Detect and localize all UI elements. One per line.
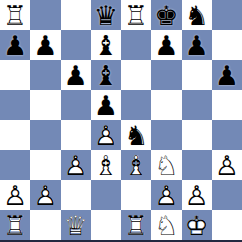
square-b6[interactable] xyxy=(30,60,60,90)
square-e5[interactable] xyxy=(121,90,151,120)
square-f5[interactable] xyxy=(151,90,181,120)
square-g7[interactable]: ♟ xyxy=(182,30,212,60)
white-piece-outline: ♕ xyxy=(61,210,91,240)
black-piece-glyph: ♟ xyxy=(212,60,242,90)
black-piece-glyph: ♞ xyxy=(121,120,151,150)
white-piece-outline: ♙ xyxy=(61,150,91,180)
black-piece-glyph: ♝ xyxy=(91,30,121,60)
white-bishop[interactable]: ♝♗ xyxy=(91,150,121,180)
square-c8[interactable] xyxy=(61,0,91,30)
black-bishop[interactable]: ♝ xyxy=(91,60,121,90)
square-d8[interactable]: ♛ xyxy=(91,0,121,30)
black-piece-glyph: ♟ xyxy=(30,30,60,60)
white-piece-outline: ♖ xyxy=(0,0,30,30)
square-h3[interactable]: ♟♙ xyxy=(212,150,242,180)
black-piece-glyph: ♚ xyxy=(151,0,181,30)
square-g2[interactable]: ♟♙ xyxy=(182,180,212,210)
white-piece-outline: ♔ xyxy=(182,210,212,240)
square-e4[interactable]: ♞ xyxy=(121,120,151,150)
square-c2[interactable] xyxy=(61,180,91,210)
square-a8[interactable]: ♜♖ xyxy=(0,0,30,30)
square-c5[interactable] xyxy=(61,90,91,120)
square-b1[interactable] xyxy=(30,210,60,240)
square-f6[interactable] xyxy=(151,60,181,90)
square-h6[interactable]: ♟ xyxy=(212,60,242,90)
square-c4[interactable] xyxy=(61,120,91,150)
square-h1[interactable] xyxy=(212,210,242,240)
square-a3[interactable] xyxy=(0,150,30,180)
square-d3[interactable]: ♝♗ xyxy=(91,150,121,180)
black-pawn[interactable]: ♟ xyxy=(212,60,242,90)
black-piece-glyph: ♝ xyxy=(91,60,121,90)
square-d2[interactable] xyxy=(91,180,121,210)
square-a6[interactable] xyxy=(0,60,30,90)
black-pawn[interactable]: ♟ xyxy=(91,90,121,120)
square-e1[interactable]: ♜♖ xyxy=(121,210,151,240)
black-queen[interactable]: ♛ xyxy=(91,0,121,30)
square-e3[interactable]: ♝♗ xyxy=(121,150,151,180)
white-piece-outline: ♖ xyxy=(121,0,151,30)
square-g8[interactable]: ♞ xyxy=(182,0,212,30)
white-pawn[interactable]: ♟♙ xyxy=(91,120,121,150)
white-pawn[interactable]: ♟♙ xyxy=(212,150,242,180)
black-piece-glyph: ♟ xyxy=(61,60,91,90)
square-f4[interactable] xyxy=(151,120,181,150)
square-g3[interactable] xyxy=(182,150,212,180)
white-queen[interactable]: ♛♕ xyxy=(61,210,91,240)
square-h5[interactable] xyxy=(212,90,242,120)
white-king[interactable]: ♚♔ xyxy=(182,210,212,240)
white-piece-outline: ♙ xyxy=(151,180,181,210)
square-f8[interactable]: ♚ xyxy=(151,0,181,30)
square-b5[interactable] xyxy=(30,90,60,120)
square-b3[interactable] xyxy=(30,150,60,180)
square-a5[interactable] xyxy=(0,90,30,120)
square-e2[interactable] xyxy=(121,180,151,210)
white-pawn[interactable]: ♟♙ xyxy=(151,180,181,210)
black-knight[interactable]: ♞ xyxy=(121,120,151,150)
white-rook[interactable]: ♜♖ xyxy=(121,0,151,30)
black-king[interactable]: ♚ xyxy=(151,0,181,30)
square-c1[interactable]: ♛♕ xyxy=(61,210,91,240)
white-bishop[interactable]: ♝♗ xyxy=(121,150,151,180)
square-b7[interactable]: ♟ xyxy=(30,30,60,60)
square-f1[interactable]: ♞♘ xyxy=(151,210,181,240)
white-piece-outline: ♗ xyxy=(121,150,151,180)
black-pawn[interactable]: ♟ xyxy=(151,30,181,60)
white-piece-outline: ♙ xyxy=(182,180,212,210)
square-d7[interactable]: ♝ xyxy=(91,30,121,60)
square-f2[interactable]: ♟♙ xyxy=(151,180,181,210)
white-piece-outline: ♙ xyxy=(30,180,60,210)
square-g6[interactable] xyxy=(182,60,212,90)
white-rook[interactable]: ♜♖ xyxy=(0,210,30,240)
square-f3[interactable]: ♞♘ xyxy=(151,150,181,180)
black-piece-glyph: ♟ xyxy=(151,30,181,60)
square-g1[interactable]: ♚♔ xyxy=(182,210,212,240)
white-rook[interactable]: ♜♖ xyxy=(0,0,30,30)
square-h4[interactable] xyxy=(212,120,242,150)
square-c6[interactable]: ♟ xyxy=(61,60,91,90)
white-pawn[interactable]: ♟♙ xyxy=(30,180,60,210)
square-a2[interactable]: ♟♙ xyxy=(0,180,30,210)
square-g4[interactable] xyxy=(182,120,212,150)
white-piece-outline: ♖ xyxy=(121,210,151,240)
black-piece-glyph: ♞ xyxy=(182,0,212,30)
square-e7[interactable] xyxy=(121,30,151,60)
square-d4[interactable]: ♟♙ xyxy=(91,120,121,150)
chess-board-grid: ♜♖♛♜♖♚♞♟♟♝♟♟♟♝♟♟♟♙♞♟♙♝♗♝♗♞♘♟♙♟♙♟♙♟♙♟♙♜♖♛… xyxy=(0,0,242,240)
white-pawn[interactable]: ♟♙ xyxy=(182,180,212,210)
white-piece-outline: ♘ xyxy=(151,150,181,180)
white-knight[interactable]: ♞♘ xyxy=(151,210,181,240)
black-pawn[interactable]: ♟ xyxy=(30,30,60,60)
square-b4[interactable] xyxy=(30,120,60,150)
white-piece-outline: ♙ xyxy=(212,150,242,180)
square-g5[interactable] xyxy=(182,90,212,120)
square-a1[interactable]: ♜♖ xyxy=(0,210,30,240)
square-e8[interactable]: ♜♖ xyxy=(121,0,151,30)
square-b2[interactable]: ♟♙ xyxy=(30,180,60,210)
black-pawn[interactable]: ♟ xyxy=(61,60,91,90)
white-knight[interactable]: ♞♘ xyxy=(151,150,181,180)
square-h8[interactable] xyxy=(212,0,242,30)
square-f7[interactable]: ♟ xyxy=(151,30,181,60)
white-pawn[interactable]: ♟♙ xyxy=(61,150,91,180)
white-piece-outline: ♙ xyxy=(91,120,121,150)
white-rook[interactable]: ♜♖ xyxy=(121,210,151,240)
black-piece-glyph: ♟ xyxy=(0,30,30,60)
white-pawn[interactable]: ♟♙ xyxy=(0,180,30,210)
white-piece-outline: ♖ xyxy=(0,210,30,240)
square-d1[interactable] xyxy=(91,210,121,240)
square-c7[interactable] xyxy=(61,30,91,60)
black-piece-glyph: ♟ xyxy=(91,90,121,120)
square-h7[interactable] xyxy=(212,30,242,60)
square-d5[interactable]: ♟ xyxy=(91,90,121,120)
black-bishop[interactable]: ♝ xyxy=(91,30,121,60)
black-piece-glyph: ♛ xyxy=(91,0,121,30)
square-a4[interactable] xyxy=(0,120,30,150)
white-piece-outline: ♙ xyxy=(0,180,30,210)
square-d6[interactable]: ♝ xyxy=(91,60,121,90)
white-piece-outline: ♗ xyxy=(91,150,121,180)
square-a7[interactable]: ♟ xyxy=(0,30,30,60)
black-pawn[interactable]: ♟ xyxy=(0,30,30,60)
square-h2[interactable] xyxy=(212,180,242,210)
black-piece-glyph: ♟ xyxy=(182,30,212,60)
square-b8[interactable] xyxy=(30,0,60,30)
black-pawn[interactable]: ♟ xyxy=(182,30,212,60)
chess-board: ♜♖♛♜♖♚♞♟♟♝♟♟♟♝♟♟♟♙♞♟♙♝♗♝♗♞♘♟♙♟♙♟♙♟♙♟♙♜♖♛… xyxy=(0,0,242,242)
square-e6[interactable] xyxy=(121,60,151,90)
white-piece-outline: ♘ xyxy=(151,210,181,240)
square-c3[interactable]: ♟♙ xyxy=(61,150,91,180)
black-knight[interactable]: ♞ xyxy=(182,0,212,30)
